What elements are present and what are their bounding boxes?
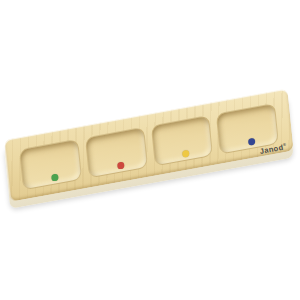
sorting-tray: Janod® <box>4 140 292 202</box>
compartment-2 <box>85 127 148 179</box>
registered-trademark-symbol: ® <box>282 141 286 147</box>
yellow-marker-dot <box>182 149 190 157</box>
product-photo-canvas: Janod® <box>0 0 300 300</box>
green-marker-dot <box>51 173 59 181</box>
red-marker-dot <box>117 161 125 169</box>
compartment-1 <box>19 139 82 191</box>
blue-marker-dot <box>248 137 256 145</box>
compartment-3 <box>150 115 213 167</box>
tray-top-face: Janod® <box>4 89 294 202</box>
